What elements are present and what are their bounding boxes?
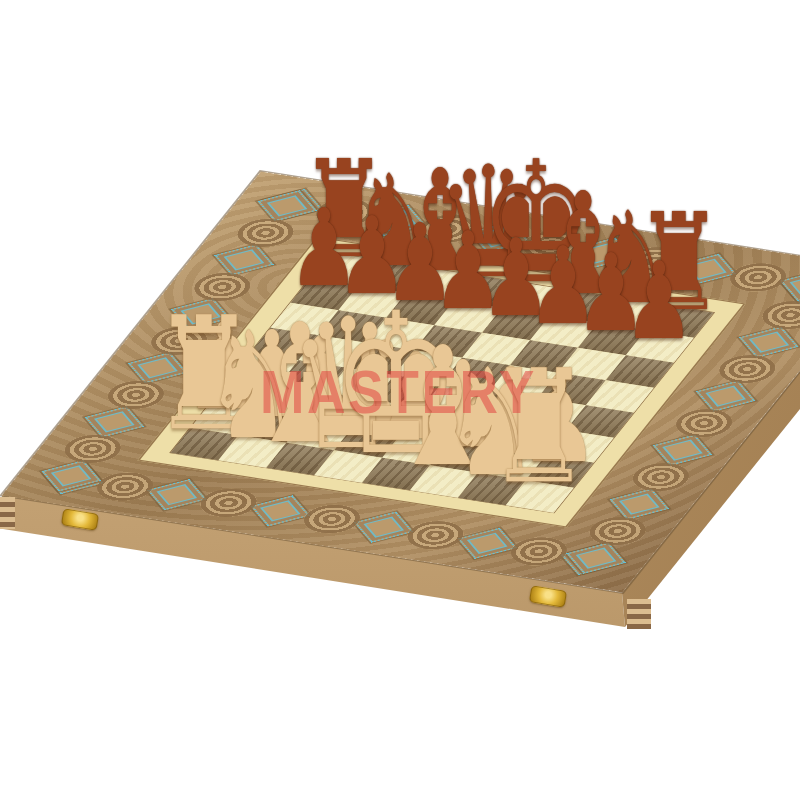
carved-rosette-motif — [515, 227, 588, 262]
carved-rosette-motif — [99, 377, 172, 412]
carved-rosette-motif — [754, 298, 800, 333]
inlay-diamond-motif — [573, 238, 633, 269]
carved-rosette-motif — [721, 260, 794, 295]
carved-rosette-motif — [192, 485, 265, 520]
carved-rosette-motif — [581, 514, 654, 549]
finger-joint-right — [627, 599, 651, 629]
inlay-diamond-motif — [41, 460, 101, 491]
carved-rosette-motif — [618, 244, 691, 279]
inlay-diamond-motif — [366, 205, 426, 236]
carved-rosette-motif — [56, 431, 129, 466]
inlay-diamond-motif — [147, 479, 207, 510]
carved-rosette-motif — [667, 406, 740, 441]
inlay-diamond-motif — [696, 381, 756, 412]
inlay-diamond-motif — [250, 495, 310, 526]
chess-set-photo: ♜♞♝♛♚♝♞♜♟♟♟♟♟♟♟♟♟♟♟♟♟♟♟♟♜♞♝♛♚♝♞♜ MASTERY — [0, 0, 800, 800]
carved-rosette-motif — [502, 534, 575, 569]
inlay-diamond-motif — [609, 489, 669, 520]
carved-rosette-motif — [411, 211, 484, 246]
inlay-diamond-motif — [739, 327, 799, 358]
inlay-diamond-motif — [214, 244, 274, 275]
carved-rosette-motif — [88, 469, 161, 504]
carved-rosette-motif — [711, 352, 784, 387]
carved-rosette-motif — [308, 195, 381, 230]
inlay-diamond-motif — [354, 512, 414, 543]
carved-rosette-motif — [399, 518, 472, 553]
watermark: MASTERY — [260, 356, 537, 427]
carved-rosette-motif — [295, 501, 368, 536]
inlay-diamond-motif — [470, 221, 530, 252]
carved-rosette-motif — [186, 269, 259, 304]
inlay-diamond-motif — [171, 298, 231, 329]
inlay-diamond-motif — [653, 435, 713, 466]
inlay-diamond-motif — [677, 254, 737, 285]
finger-joint-left — [0, 497, 15, 529]
carved-rosette-motif — [624, 460, 697, 495]
inlay-diamond-motif — [84, 406, 144, 437]
inlay-diamond-motif — [128, 352, 188, 383]
carved-rosette-motif — [142, 323, 215, 358]
carved-rosette-motif — [229, 215, 302, 250]
inlay-diamond-motif — [457, 528, 517, 559]
